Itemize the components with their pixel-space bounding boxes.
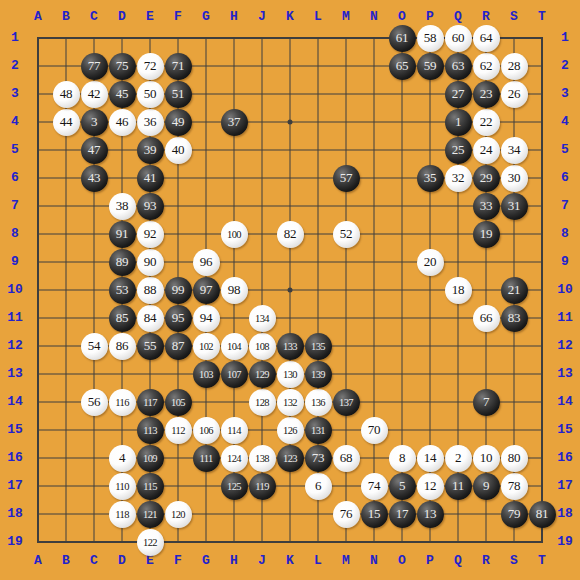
black-stone-5-O17[interactable]: 5 bbox=[389, 473, 416, 500]
white-stone-50-E3[interactable]: 50 bbox=[137, 81, 164, 108]
move-number: 48 bbox=[60, 86, 72, 102]
col-label-top-G: G bbox=[193, 9, 219, 25]
move-number: 131 bbox=[311, 425, 325, 436]
black-stone-29-R6[interactable]: 29 bbox=[473, 165, 500, 192]
white-stone-30-S6[interactable]: 30 bbox=[501, 165, 528, 192]
move-number: 14 bbox=[424, 450, 436, 466]
col-label-bottom-T: T bbox=[529, 553, 555, 569]
row-label-right-11: 11 bbox=[552, 310, 578, 326]
move-number: 94 bbox=[200, 310, 212, 326]
move-number: 107 bbox=[227, 369, 241, 380]
black-stone-47-C5[interactable]: 47 bbox=[81, 137, 108, 164]
move-number: 59 bbox=[424, 58, 436, 74]
move-number: 138 bbox=[255, 453, 269, 464]
white-stone-92-E8[interactable]: 92 bbox=[137, 221, 164, 248]
white-stone-136-L14[interactable]: 136 bbox=[305, 389, 332, 416]
col-label-top-C: C bbox=[81, 9, 107, 25]
black-stone-135-L12[interactable]: 135 bbox=[305, 333, 332, 360]
col-label-bottom-R: R bbox=[473, 553, 499, 569]
black-stone-27-Q3[interactable]: 27 bbox=[445, 81, 472, 108]
black-stone-39-E5[interactable]: 39 bbox=[137, 137, 164, 164]
col-label-bottom-S: S bbox=[501, 553, 527, 569]
black-stone-121-E18[interactable]: 121 bbox=[137, 501, 164, 528]
row-label-left-12: 12 bbox=[2, 338, 28, 354]
black-stone-53-D10[interactable]: 53 bbox=[109, 277, 136, 304]
move-number: 51 bbox=[172, 86, 184, 102]
white-stone-90-E9[interactable]: 90 bbox=[137, 249, 164, 276]
move-number: 9 bbox=[483, 478, 489, 494]
row-label-right-4: 4 bbox=[552, 114, 578, 130]
black-stone-71-F2[interactable]: 71 bbox=[165, 53, 192, 80]
move-number: 24 bbox=[480, 142, 492, 158]
white-stone-78-S17[interactable]: 78 bbox=[501, 473, 528, 500]
black-stone-123-K16[interactable]: 123 bbox=[277, 445, 304, 472]
row-label-left-8: 8 bbox=[2, 226, 28, 242]
white-stone-76-M18[interactable]: 76 bbox=[333, 501, 360, 528]
white-stone-38-D7[interactable]: 38 bbox=[109, 193, 136, 220]
move-number: 137 bbox=[339, 397, 353, 408]
col-label-top-H: H bbox=[221, 9, 247, 25]
move-number: 23 bbox=[480, 86, 492, 102]
row-label-left-14: 14 bbox=[2, 394, 28, 410]
row-label-right-9: 9 bbox=[552, 254, 578, 270]
move-number: 118 bbox=[115, 509, 129, 520]
move-number: 5 bbox=[399, 478, 405, 494]
move-number: 38 bbox=[116, 198, 128, 214]
col-label-top-A: A bbox=[25, 9, 51, 25]
move-number: 53 bbox=[116, 282, 128, 298]
white-stone-18-Q10[interactable]: 18 bbox=[445, 277, 472, 304]
move-number: 117 bbox=[143, 397, 157, 408]
move-number: 32 bbox=[452, 170, 464, 186]
black-stone-105-F14[interactable]: 105 bbox=[165, 389, 192, 416]
move-number: 83 bbox=[508, 310, 520, 326]
row-label-right-16: 16 bbox=[552, 450, 578, 466]
move-number: 25 bbox=[452, 142, 464, 158]
star-point-K10 bbox=[288, 288, 293, 293]
white-stone-22-R4[interactable]: 22 bbox=[473, 109, 500, 136]
move-number: 132 bbox=[283, 397, 297, 408]
move-number: 77 bbox=[88, 58, 100, 74]
white-stone-2-Q16[interactable]: 2 bbox=[445, 445, 472, 472]
black-stone-77-C2[interactable]: 77 bbox=[81, 53, 108, 80]
col-label-top-J: J bbox=[249, 9, 275, 25]
white-stone-100-H8[interactable]: 100 bbox=[221, 221, 248, 248]
move-number: 125 bbox=[227, 481, 241, 492]
move-number: 34 bbox=[508, 142, 520, 158]
move-number: 100 bbox=[227, 229, 241, 240]
white-stone-122-E19[interactable]: 122 bbox=[137, 529, 164, 556]
black-stone-117-E14[interactable]: 117 bbox=[137, 389, 164, 416]
black-stone-13-P18[interactable]: 13 bbox=[417, 501, 444, 528]
move-number: 21 bbox=[508, 282, 520, 298]
white-stone-114-H15[interactable]: 114 bbox=[221, 417, 248, 444]
white-stone-64-R1[interactable]: 64 bbox=[473, 25, 500, 52]
white-stone-6-L17[interactable]: 6 bbox=[305, 473, 332, 500]
move-number: 70 bbox=[368, 422, 380, 438]
move-number: 18 bbox=[452, 282, 464, 298]
move-number: 28 bbox=[508, 58, 520, 74]
move-number: 61 bbox=[396, 30, 408, 46]
move-number: 45 bbox=[116, 86, 128, 102]
black-stone-1-Q4[interactable]: 1 bbox=[445, 109, 472, 136]
black-stone-11-Q17[interactable]: 11 bbox=[445, 473, 472, 500]
move-number: 7 bbox=[483, 394, 489, 410]
white-stone-120-F18[interactable]: 120 bbox=[165, 501, 192, 528]
move-number: 91 bbox=[116, 226, 128, 242]
black-stone-57-M6[interactable]: 57 bbox=[333, 165, 360, 192]
black-stone-75-D2[interactable]: 75 bbox=[109, 53, 136, 80]
move-number: 36 bbox=[144, 114, 156, 130]
move-number: 85 bbox=[116, 310, 128, 326]
move-number: 73 bbox=[312, 450, 324, 466]
white-stone-44-B4[interactable]: 44 bbox=[53, 109, 80, 136]
move-number: 79 bbox=[508, 506, 520, 522]
move-number: 111 bbox=[199, 453, 212, 464]
black-stone-79-S18[interactable]: 79 bbox=[501, 501, 528, 528]
move-number: 11 bbox=[452, 478, 464, 494]
col-label-top-L: L bbox=[305, 9, 331, 25]
black-stone-65-O2[interactable]: 65 bbox=[389, 53, 416, 80]
move-number: 44 bbox=[60, 114, 72, 130]
black-stone-21-S10[interactable]: 21 bbox=[501, 277, 528, 304]
row-label-right-7: 7 bbox=[552, 198, 578, 214]
white-stone-66-R11[interactable]: 66 bbox=[473, 305, 500, 332]
move-number: 58 bbox=[424, 30, 436, 46]
row-label-right-13: 13 bbox=[552, 366, 578, 382]
white-stone-20-P9[interactable]: 20 bbox=[417, 249, 444, 276]
move-number: 64 bbox=[480, 30, 492, 46]
move-number: 116 bbox=[115, 397, 129, 408]
black-stone-51-F3[interactable]: 51 bbox=[165, 81, 192, 108]
black-stone-59-P2[interactable]: 59 bbox=[417, 53, 444, 80]
row-label-left-3: 3 bbox=[2, 86, 28, 102]
move-number: 46 bbox=[116, 114, 128, 130]
move-number: 37 bbox=[228, 114, 240, 130]
white-stone-56-C14[interactable]: 56 bbox=[81, 389, 108, 416]
white-stone-98-H10[interactable]: 98 bbox=[221, 277, 248, 304]
move-number: 17 bbox=[396, 506, 408, 522]
white-stone-32-Q6[interactable]: 32 bbox=[445, 165, 472, 192]
black-stone-73-L16[interactable]: 73 bbox=[305, 445, 332, 472]
move-number: 26 bbox=[508, 86, 520, 102]
black-stone-83-S11[interactable]: 83 bbox=[501, 305, 528, 332]
col-label-top-O: O bbox=[389, 9, 415, 25]
move-number: 43 bbox=[88, 170, 100, 186]
move-number: 80 bbox=[508, 450, 520, 466]
black-stone-111-G16[interactable]: 111 bbox=[193, 445, 220, 472]
black-stone-131-L15[interactable]: 131 bbox=[305, 417, 332, 444]
black-stone-129-J13[interactable]: 129 bbox=[249, 361, 276, 388]
black-stone-33-R7[interactable]: 33 bbox=[473, 193, 500, 220]
move-number: 62 bbox=[480, 58, 492, 74]
move-number: 22 bbox=[480, 114, 492, 130]
black-stone-133-K12[interactable]: 133 bbox=[277, 333, 304, 360]
row-label-right-5: 5 bbox=[552, 142, 578, 158]
col-label-bottom-M: M bbox=[333, 553, 359, 569]
row-label-left-16: 16 bbox=[2, 450, 28, 466]
white-stone-84-E11[interactable]: 84 bbox=[137, 305, 164, 332]
row-label-left-17: 17 bbox=[2, 478, 28, 494]
black-stone-119-J17[interactable]: 119 bbox=[249, 473, 276, 500]
white-stone-130-K13[interactable]: 130 bbox=[277, 361, 304, 388]
row-label-right-15: 15 bbox=[552, 422, 578, 438]
white-stone-96-G9[interactable]: 96 bbox=[193, 249, 220, 276]
move-number: 65 bbox=[396, 58, 408, 74]
white-stone-108-J12[interactable]: 108 bbox=[249, 333, 276, 360]
white-stone-54-C12[interactable]: 54 bbox=[81, 333, 108, 360]
move-number: 50 bbox=[144, 86, 156, 102]
black-stone-55-E12[interactable]: 55 bbox=[137, 333, 164, 360]
row-label-right-10: 10 bbox=[552, 282, 578, 298]
black-stone-115-E17[interactable]: 115 bbox=[137, 473, 164, 500]
row-label-left-6: 6 bbox=[2, 170, 28, 186]
black-stone-19-R8[interactable]: 19 bbox=[473, 221, 500, 248]
row-label-left-4: 4 bbox=[2, 114, 28, 130]
white-stone-128-J14[interactable]: 128 bbox=[249, 389, 276, 416]
row-label-right-8: 8 bbox=[552, 226, 578, 242]
row-label-left-11: 11 bbox=[2, 310, 28, 326]
black-stone-89-D9[interactable]: 89 bbox=[109, 249, 136, 276]
white-stone-106-G15[interactable]: 106 bbox=[193, 417, 220, 444]
white-stone-70-N15[interactable]: 70 bbox=[361, 417, 388, 444]
row-label-right-3: 3 bbox=[552, 86, 578, 102]
row-label-left-13: 13 bbox=[2, 366, 28, 382]
row-label-left-19: 19 bbox=[2, 534, 28, 550]
col-label-bottom-L: L bbox=[305, 553, 331, 569]
black-stone-87-F12[interactable]: 87 bbox=[165, 333, 192, 360]
move-number: 8 bbox=[399, 450, 405, 466]
white-stone-126-K15[interactable]: 126 bbox=[277, 417, 304, 444]
white-stone-110-D17[interactable]: 110 bbox=[109, 473, 136, 500]
black-stone-3-C4[interactable]: 3 bbox=[81, 109, 108, 136]
white-stone-4-D16[interactable]: 4 bbox=[109, 445, 136, 472]
white-stone-94-G11[interactable]: 94 bbox=[193, 305, 220, 332]
black-stone-95-F11[interactable]: 95 bbox=[165, 305, 192, 332]
col-label-top-R: R bbox=[473, 9, 499, 25]
black-stone-137-M14[interactable]: 137 bbox=[333, 389, 360, 416]
move-number: 20 bbox=[424, 254, 436, 270]
white-stone-138-J16[interactable]: 138 bbox=[249, 445, 276, 472]
move-number: 121 bbox=[143, 509, 157, 520]
move-number: 135 bbox=[311, 341, 325, 352]
black-stone-41-E6[interactable]: 41 bbox=[137, 165, 164, 192]
white-stone-74-N17[interactable]: 74 bbox=[361, 473, 388, 500]
black-stone-9-R17[interactable]: 9 bbox=[473, 473, 500, 500]
white-stone-34-S5[interactable]: 34 bbox=[501, 137, 528, 164]
white-stone-102-G12[interactable]: 102 bbox=[193, 333, 220, 360]
white-stone-132-K14[interactable]: 132 bbox=[277, 389, 304, 416]
move-number: 133 bbox=[283, 341, 297, 352]
col-label-bottom-J: J bbox=[249, 553, 275, 569]
black-stone-25-Q5[interactable]: 25 bbox=[445, 137, 472, 164]
move-number: 120 bbox=[171, 509, 185, 520]
move-number: 74 bbox=[368, 478, 380, 494]
black-stone-109-E16[interactable]: 109 bbox=[137, 445, 164, 472]
col-label-bottom-Q: Q bbox=[445, 553, 471, 569]
white-stone-72-E2[interactable]: 72 bbox=[137, 53, 164, 80]
move-number: 41 bbox=[144, 170, 156, 186]
move-number: 31 bbox=[508, 198, 520, 214]
move-number: 110 bbox=[115, 481, 129, 492]
white-stone-60-Q1[interactable]: 60 bbox=[445, 25, 472, 52]
white-stone-134-J11[interactable]: 134 bbox=[249, 305, 276, 332]
col-label-bottom-P: P bbox=[417, 553, 443, 569]
move-number: 90 bbox=[144, 254, 156, 270]
black-stone-61-O1[interactable]: 61 bbox=[389, 25, 416, 52]
row-label-right-18: 18 bbox=[552, 506, 578, 522]
black-stone-103-G13[interactable]: 103 bbox=[193, 361, 220, 388]
move-number: 126 bbox=[283, 425, 297, 436]
move-number: 29 bbox=[480, 170, 492, 186]
move-number: 75 bbox=[116, 58, 128, 74]
col-label-bottom-H: H bbox=[221, 553, 247, 569]
black-stone-35-P6[interactable]: 35 bbox=[417, 165, 444, 192]
black-stone-139-L13[interactable]: 139 bbox=[305, 361, 332, 388]
row-label-left-15: 15 bbox=[2, 422, 28, 438]
white-stone-58-P1[interactable]: 58 bbox=[417, 25, 444, 52]
move-number: 47 bbox=[88, 142, 100, 158]
black-stone-23-R3[interactable]: 23 bbox=[473, 81, 500, 108]
black-stone-31-S7[interactable]: 31 bbox=[501, 193, 528, 220]
move-number: 66 bbox=[480, 310, 492, 326]
move-number: 42 bbox=[88, 86, 100, 102]
move-number: 88 bbox=[144, 282, 156, 298]
col-label-top-Q: Q bbox=[445, 9, 471, 25]
white-stone-14-P16[interactable]: 14 bbox=[417, 445, 444, 472]
white-stone-48-B3[interactable]: 48 bbox=[53, 81, 80, 108]
move-number: 105 bbox=[171, 397, 185, 408]
col-label-top-N: N bbox=[361, 9, 387, 25]
col-label-top-D: D bbox=[109, 9, 135, 25]
move-number: 2 bbox=[455, 450, 461, 466]
move-number: 84 bbox=[144, 310, 156, 326]
black-stone-113-E15[interactable]: 113 bbox=[137, 417, 164, 444]
move-number: 55 bbox=[144, 338, 156, 354]
move-number: 13 bbox=[424, 506, 436, 522]
move-number: 97 bbox=[200, 282, 212, 298]
row-label-right-14: 14 bbox=[552, 394, 578, 410]
black-stone-63-Q2[interactable]: 63 bbox=[445, 53, 472, 80]
white-stone-26-S3[interactable]: 26 bbox=[501, 81, 528, 108]
white-stone-40-F5[interactable]: 40 bbox=[165, 137, 192, 164]
black-stone-37-H4[interactable]: 37 bbox=[221, 109, 248, 136]
white-stone-88-E10[interactable]: 88 bbox=[137, 277, 164, 304]
move-number: 27 bbox=[452, 86, 464, 102]
move-number: 4 bbox=[119, 450, 125, 466]
black-stone-43-C6[interactable]: 43 bbox=[81, 165, 108, 192]
col-label-bottom-N: N bbox=[361, 553, 387, 569]
move-number: 93 bbox=[144, 198, 156, 214]
move-number: 6 bbox=[315, 478, 321, 494]
black-stone-45-D3[interactable]: 45 bbox=[109, 81, 136, 108]
white-stone-36-E4[interactable]: 36 bbox=[137, 109, 164, 136]
col-label-bottom-C: C bbox=[81, 553, 107, 569]
white-stone-46-D4[interactable]: 46 bbox=[109, 109, 136, 136]
row-label-left-10: 10 bbox=[2, 282, 28, 298]
move-number: 89 bbox=[116, 254, 128, 270]
white-stone-68-M16[interactable]: 68 bbox=[333, 445, 360, 472]
move-number: 1 bbox=[455, 114, 461, 130]
black-stone-91-D8[interactable]: 91 bbox=[109, 221, 136, 248]
white-stone-118-D18[interactable]: 118 bbox=[109, 501, 136, 528]
move-number: 96 bbox=[200, 254, 212, 270]
row-label-right-19: 19 bbox=[552, 534, 578, 550]
white-stone-82-K8[interactable]: 82 bbox=[277, 221, 304, 248]
white-stone-24-R5[interactable]: 24 bbox=[473, 137, 500, 164]
black-stone-93-E7[interactable]: 93 bbox=[137, 193, 164, 220]
black-stone-49-F4[interactable]: 49 bbox=[165, 109, 192, 136]
black-stone-99-F10[interactable]: 99 bbox=[165, 277, 192, 304]
move-number: 54 bbox=[88, 338, 100, 354]
white-stone-116-D14[interactable]: 116 bbox=[109, 389, 136, 416]
white-stone-12-P17[interactable]: 12 bbox=[417, 473, 444, 500]
move-number: 136 bbox=[311, 397, 325, 408]
black-stone-85-D11[interactable]: 85 bbox=[109, 305, 136, 332]
col-label-top-E: E bbox=[137, 9, 163, 25]
move-number: 81 bbox=[536, 506, 548, 522]
move-number: 123 bbox=[283, 453, 297, 464]
col-label-bottom-D: D bbox=[109, 553, 135, 569]
move-number: 68 bbox=[340, 450, 352, 466]
white-stone-42-C3[interactable]: 42 bbox=[81, 81, 108, 108]
move-number: 39 bbox=[144, 142, 156, 158]
white-stone-28-S2[interactable]: 28 bbox=[501, 53, 528, 80]
black-stone-7-R14[interactable]: 7 bbox=[473, 389, 500, 416]
white-stone-112-F15[interactable]: 112 bbox=[165, 417, 192, 444]
star-point-K4 bbox=[288, 120, 293, 125]
move-number: 72 bbox=[144, 58, 156, 74]
black-stone-17-O18[interactable]: 17 bbox=[389, 501, 416, 528]
row-label-left-9: 9 bbox=[2, 254, 28, 270]
row-label-left-1: 1 bbox=[2, 30, 28, 46]
black-stone-97-G10[interactable]: 97 bbox=[193, 277, 220, 304]
move-number: 106 bbox=[199, 425, 213, 436]
col-label-bottom-F: F bbox=[165, 553, 191, 569]
move-number: 3 bbox=[91, 114, 97, 130]
white-stone-104-H12[interactable]: 104 bbox=[221, 333, 248, 360]
move-number: 95 bbox=[172, 310, 184, 326]
move-number: 134 bbox=[255, 313, 269, 324]
white-stone-62-R2[interactable]: 62 bbox=[473, 53, 500, 80]
move-number: 114 bbox=[227, 425, 241, 436]
white-stone-52-M8[interactable]: 52 bbox=[333, 221, 360, 248]
move-number: 102 bbox=[199, 341, 213, 352]
move-number: 139 bbox=[311, 369, 325, 380]
col-label-bottom-O: O bbox=[389, 553, 415, 569]
row-label-left-2: 2 bbox=[2, 58, 28, 74]
black-stone-81-T18[interactable]: 81 bbox=[529, 501, 556, 528]
white-stone-124-H16[interactable]: 124 bbox=[221, 445, 248, 472]
col-label-bottom-K: K bbox=[277, 553, 303, 569]
white-stone-80-S16[interactable]: 80 bbox=[501, 445, 528, 472]
white-stone-8-O16[interactable]: 8 bbox=[389, 445, 416, 472]
black-stone-15-N18[interactable]: 15 bbox=[361, 501, 388, 528]
col-label-top-T: T bbox=[529, 9, 555, 25]
move-number: 129 bbox=[255, 369, 269, 380]
move-number: 104 bbox=[227, 341, 241, 352]
black-stone-125-H17[interactable]: 125 bbox=[221, 473, 248, 500]
white-stone-86-D12[interactable]: 86 bbox=[109, 333, 136, 360]
move-number: 35 bbox=[424, 170, 436, 186]
black-stone-107-H13[interactable]: 107 bbox=[221, 361, 248, 388]
row-label-left-18: 18 bbox=[2, 506, 28, 522]
move-number: 119 bbox=[255, 481, 269, 492]
row-label-right-17: 17 bbox=[552, 478, 578, 494]
move-number: 108 bbox=[255, 341, 269, 352]
white-stone-10-R16[interactable]: 10 bbox=[473, 445, 500, 472]
col-label-bottom-B: B bbox=[53, 553, 79, 569]
